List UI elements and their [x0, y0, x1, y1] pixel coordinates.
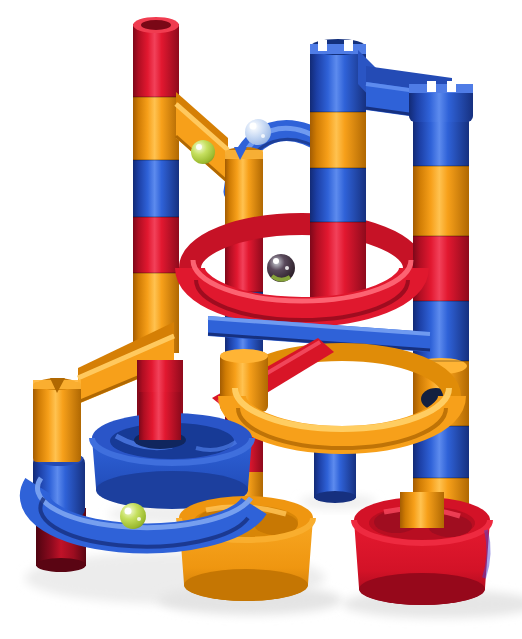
product-photo-stage: [0, 0, 522, 639]
notch: [447, 81, 456, 92]
notch: [318, 40, 327, 51]
left-tower: [133, 17, 179, 353]
notch: [427, 81, 436, 92]
marble-dark-mid-spiral: [267, 254, 295, 282]
red-tube-in-blue-funnel: [139, 392, 181, 440]
right-funnel-red: [354, 492, 490, 605]
orange-tube-in-red-funnel: [400, 492, 444, 528]
upper-chute: [176, 92, 228, 184]
mid-spiral-front: [190, 260, 414, 320]
marble-green-bottom-spiral: [120, 503, 146, 529]
marble-run-illustration: [0, 0, 522, 639]
marble-highlight: [196, 144, 202, 150]
top-bridge: [358, 50, 473, 122]
notch: [344, 40, 353, 51]
right-tower: [413, 100, 469, 532]
mid-spiral-back-rim: [190, 224, 414, 268]
far-left-notched-tube: [33, 382, 81, 462]
marble-green-upper-chute: [191, 140, 215, 164]
marble-blue-upper-arc: [245, 119, 271, 145]
second-right-tower: [310, 39, 366, 310]
